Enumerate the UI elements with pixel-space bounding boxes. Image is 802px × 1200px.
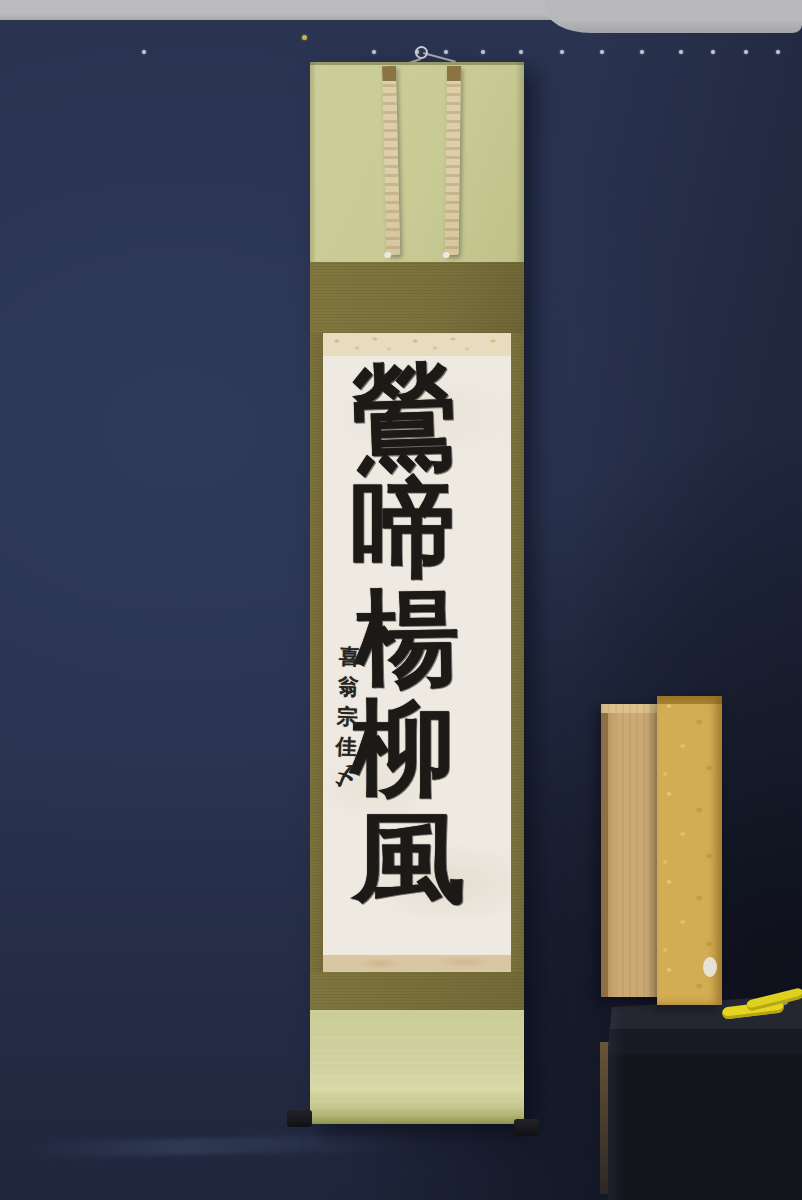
roller-knob-left <box>287 1110 312 1127</box>
wall-pin <box>519 50 523 54</box>
tan-brocade-band <box>323 955 511 972</box>
scroll-right-border <box>511 333 524 972</box>
plain-wood-scroll-box <box>601 704 659 997</box>
calligraphy-char-5: 風 <box>306 807 513 910</box>
wall-pin <box>481 50 485 54</box>
roller-knob-right <box>514 1119 539 1136</box>
calligraphy-char-1: 鶯 <box>309 356 501 481</box>
wall-pin <box>372 50 376 54</box>
wall-pin <box>679 50 683 54</box>
artist-signature: 喜 翁 宗 佳 〆 <box>330 641 365 788</box>
calligraphy-paper: 鶯 啼 楊 柳 風 喜 翁 宗 佳 〆 <box>323 356 511 955</box>
futai-strip-right <box>445 66 461 255</box>
wall-pin <box>142 50 146 54</box>
paint-speck <box>702 956 719 978</box>
gold-textured-scroll-box <box>657 696 722 1005</box>
gold-tack <box>302 35 307 40</box>
wall-pin <box>600 50 604 54</box>
wall-pin <box>744 50 748 54</box>
wall-pin <box>560 50 564 54</box>
kao-flourish: 〆 <box>331 762 360 791</box>
gold-brocade-band <box>323 333 511 356</box>
scroll-bottom-mount <box>310 1010 524 1124</box>
scroll-olive-band-bottom <box>310 972 524 1010</box>
signature-char-2: 翁 <box>337 672 359 703</box>
calligraphy-char-2: 啼 <box>309 473 497 585</box>
calligraphy-column: 鶯 啼 楊 柳 風 <box>323 364 511 914</box>
scroll-olive-band-top <box>310 262 524 333</box>
signature-char-4: 佳 <box>335 732 357 763</box>
photo-stage: 鶯 啼 楊 柳 風 喜 翁 宗 佳 〆 <box>0 0 802 1200</box>
scroll-top-mount <box>310 62 524 262</box>
signature-char-3: 宗 <box>336 702 358 733</box>
hanging-hook-ring <box>415 46 428 59</box>
scissors <box>720 992 802 1026</box>
wall-pin <box>640 50 644 54</box>
hanging-scroll: 鶯 啼 楊 柳 風 喜 翁 宗 佳 〆 <box>310 62 524 1124</box>
wall-pin <box>444 50 448 54</box>
scroll-paper-column: 鶯 啼 楊 柳 風 喜 翁 宗 佳 〆 <box>323 333 511 972</box>
wall-pin <box>776 50 780 54</box>
signature-char-1: 喜 <box>338 642 360 673</box>
scroll-middle-section: 鶯 啼 楊 柳 風 喜 翁 宗 佳 〆 <box>310 333 524 972</box>
ceiling-strip-right <box>545 0 802 33</box>
wall-pin <box>711 50 715 54</box>
